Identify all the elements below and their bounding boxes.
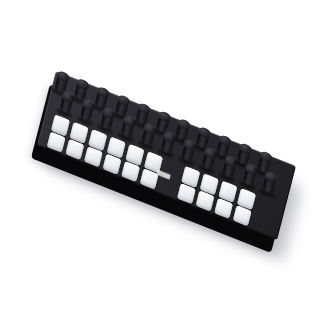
product-photo [0,0,320,320]
brand-logo [157,170,171,179]
